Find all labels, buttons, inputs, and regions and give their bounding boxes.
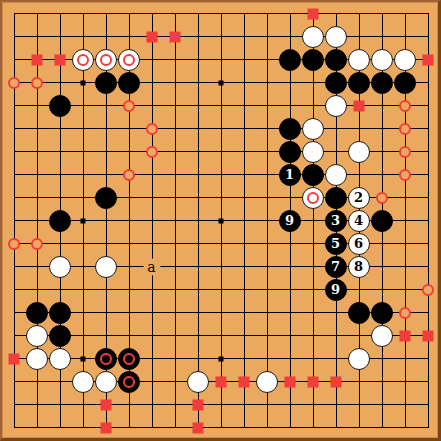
grid-line-v (267, 13, 268, 428)
white-stone[interactable] (371, 49, 393, 71)
black-stone[interactable] (325, 49, 347, 71)
red-square-mark (192, 399, 203, 410)
black-stone[interactable] (49, 325, 71, 347)
grid-line-h (14, 289, 429, 290)
go-diagram: 1293456789a (0, 0, 441, 441)
grid-line-h (14, 335, 429, 336)
black-stone[interactable] (95, 348, 117, 370)
star-point (80, 356, 85, 361)
black-stone[interactable]: 3 (325, 210, 347, 232)
white-stone[interactable] (26, 348, 48, 370)
red-circle-mark (146, 123, 158, 135)
red-square-mark (422, 330, 433, 341)
white-stone[interactable] (394, 49, 416, 71)
black-stone[interactable] (95, 72, 117, 94)
red-circle-stone-mark (100, 54, 112, 66)
red-square-mark (422, 54, 433, 65)
star-point (218, 80, 223, 85)
white-stone[interactable] (49, 256, 71, 278)
white-stone[interactable] (72, 371, 94, 393)
white-stone[interactable] (302, 26, 324, 48)
red-circle-mark (399, 100, 411, 112)
red-circle-stone-mark (307, 192, 319, 204)
red-circle-stone-mark (100, 353, 112, 365)
white-stone[interactable] (348, 141, 370, 163)
point-label-a[interactable]: a (143, 258, 160, 275)
white-stone[interactable]: 6 (348, 233, 370, 255)
white-stone[interactable]: 2 (348, 187, 370, 209)
red-square-mark (399, 330, 410, 341)
black-stone[interactable] (348, 72, 370, 94)
black-stone[interactable] (302, 164, 324, 186)
black-stone[interactable] (279, 118, 301, 140)
red-circle-mark (422, 284, 434, 296)
move-number-label: 2 (354, 191, 363, 204)
black-stone[interactable] (118, 348, 140, 370)
white-stone[interactable] (118, 49, 140, 71)
black-stone[interactable] (118, 72, 140, 94)
move-number-label: 8 (354, 260, 363, 273)
go-board[interactable]: 1293456789a (0, 0, 441, 441)
black-stone[interactable] (325, 72, 347, 94)
white-stone[interactable] (49, 348, 71, 370)
red-square-mark (215, 376, 226, 387)
white-stone[interactable] (325, 95, 347, 117)
red-circle-stone-mark (123, 376, 135, 388)
white-stone[interactable] (95, 256, 117, 278)
white-stone[interactable] (371, 325, 393, 347)
red-circle-mark (376, 192, 388, 204)
red-circle-mark (123, 169, 135, 181)
black-stone[interactable] (26, 302, 48, 324)
red-circle-mark (399, 307, 411, 319)
star-point (80, 218, 85, 223)
red-circle-mark (8, 238, 20, 250)
black-stone[interactable] (49, 95, 71, 117)
red-circle-mark (399, 146, 411, 158)
white-stone[interactable] (187, 371, 209, 393)
red-circle-mark (31, 238, 43, 250)
red-circle-stone-mark (77, 54, 89, 66)
grid-line-v (428, 13, 429, 428)
red-square-mark (8, 353, 19, 364)
white-stone[interactable] (348, 348, 370, 370)
white-stone[interactable] (72, 49, 94, 71)
black-stone[interactable]: 7 (325, 256, 347, 278)
red-circle-mark (146, 146, 158, 158)
black-stone[interactable] (95, 187, 117, 209)
move-number-label: 7 (331, 260, 340, 273)
black-stone[interactable] (325, 187, 347, 209)
black-stone[interactable]: 1 (279, 164, 301, 186)
white-stone[interactable]: 4 (348, 210, 370, 232)
move-number-label: 3 (331, 214, 340, 227)
red-circle-mark (399, 169, 411, 181)
black-stone[interactable] (394, 72, 416, 94)
grid-line-v (313, 13, 314, 428)
black-stone[interactable]: 9 (279, 210, 301, 232)
red-square-mark (238, 376, 249, 387)
red-square-mark (31, 54, 42, 65)
red-square-mark (146, 31, 157, 42)
red-circle-mark (123, 100, 135, 112)
red-circle-mark (31, 77, 43, 89)
black-stone[interactable] (49, 302, 71, 324)
red-square-mark (100, 422, 111, 433)
white-stone[interactable] (325, 164, 347, 186)
red-square-mark (284, 376, 295, 387)
black-stone[interactable] (371, 72, 393, 94)
black-stone[interactable] (279, 141, 301, 163)
red-circle-stone-mark (123, 54, 135, 66)
black-stone[interactable] (371, 302, 393, 324)
white-stone[interactable] (325, 26, 347, 48)
black-stone[interactable] (279, 49, 301, 71)
move-number-label: 9 (331, 283, 340, 296)
move-number-label: 1 (285, 168, 294, 181)
white-stone[interactable] (95, 49, 117, 71)
star-point (80, 80, 85, 85)
black-stone[interactable] (348, 302, 370, 324)
black-stone[interactable]: 5 (325, 233, 347, 255)
red-square-mark (307, 8, 318, 19)
white-stone[interactable] (302, 141, 324, 163)
black-stone[interactable] (49, 210, 71, 232)
white-stone[interactable] (95, 371, 117, 393)
white-stone[interactable] (302, 187, 324, 209)
white-stone[interactable] (348, 49, 370, 71)
red-square-mark (100, 399, 111, 410)
red-square-mark (169, 31, 180, 42)
black-stone[interactable] (118, 371, 140, 393)
white-stone[interactable]: 8 (348, 256, 370, 278)
red-circle-mark (399, 123, 411, 135)
move-number-label: 9 (285, 214, 294, 227)
move-number-label: 5 (331, 237, 340, 250)
white-stone[interactable] (256, 371, 278, 393)
red-square-mark (192, 422, 203, 433)
move-number-label: 4 (354, 214, 363, 227)
grid-line-h (14, 404, 429, 405)
star-point (218, 218, 223, 223)
white-stone[interactable] (302, 118, 324, 140)
black-stone[interactable]: 9 (325, 279, 347, 301)
white-stone[interactable] (26, 325, 48, 347)
move-number-label: 6 (354, 237, 363, 250)
red-square-mark (54, 54, 65, 65)
red-square-mark (307, 376, 318, 387)
red-circle-stone-mark (123, 353, 135, 365)
grid-line-h (14, 427, 429, 428)
black-stone[interactable] (371, 210, 393, 232)
red-square-mark (330, 376, 341, 387)
black-stone[interactable] (302, 49, 324, 71)
red-square-mark (353, 100, 364, 111)
star-point (218, 356, 223, 361)
grid-line-v (244, 13, 245, 428)
red-circle-mark (8, 77, 20, 89)
